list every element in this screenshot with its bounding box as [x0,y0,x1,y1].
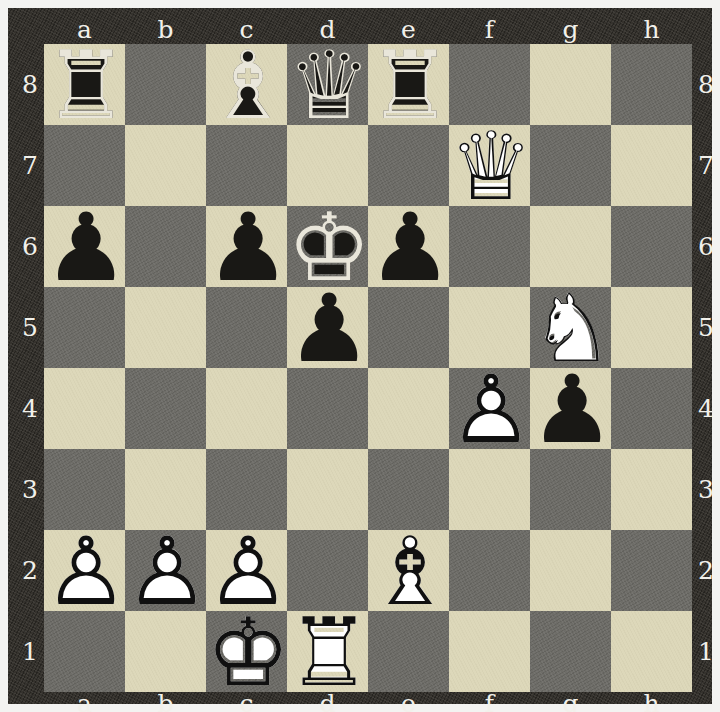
queen-outline-icon: ♕ [449,125,530,206]
rank-label-right-5: 5 [692,287,720,368]
rank-label-right-6: 6 [692,206,720,287]
black-rook-a8[interactable]: ♜♖ [44,44,125,125]
square-g8[interactable] [530,44,611,125]
square-e2[interactable]: ♝♗ [368,530,449,611]
square-e4[interactable] [368,368,449,449]
white-pawn-a2[interactable]: ♟♙ [44,530,125,611]
file-label-top-g: g [530,16,611,44]
rank-label-right-8: 8 [692,44,720,125]
file-label-bottom-e: e [368,692,449,712]
bishop-outline-icon: ♗ [206,44,287,125]
chess-diagram: abcdefgh abcdefgh 87654321 87654321 ♜♖♝♗… [0,0,720,712]
square-h8[interactable] [611,44,692,125]
file-label-bottom-h: h [611,692,692,712]
square-b6[interactable] [125,206,206,287]
white-bishop-e2[interactable]: ♝♗ [368,530,449,611]
pawn-outline-icon: ♙ [449,368,530,449]
black-pawn-icon: ♟ [206,206,287,287]
square-h2[interactable] [611,530,692,611]
white-pawn-f4[interactable]: ♟♙ [449,368,530,449]
black-queen-d8[interactable]: ♛♕ [287,44,368,125]
file-label-top-b: b [125,16,206,44]
square-e8[interactable]: ♜♖ [368,44,449,125]
rank-label-left-8: 8 [16,44,44,125]
square-h1[interactable] [611,611,692,692]
king-outline-icon: ♔ [206,611,287,692]
white-king-c1[interactable]: ♚♔ [206,611,287,692]
pawn-outline-icon: ♙ [44,530,125,611]
black-pawn-c6[interactable]: ♟♙ [206,206,287,287]
square-g1[interactable] [530,611,611,692]
white-queen-f7[interactable]: ♛♕ [449,125,530,206]
white-pawn-b2[interactable]: ♟♙ [125,530,206,611]
white-rook-d1[interactable]: ♜♖ [287,611,368,692]
square-h6[interactable] [611,206,692,287]
square-d8[interactable]: ♛♕ [287,44,368,125]
black-pawn-icon: ♟ [44,206,125,287]
square-c1[interactable]: ♚♔ [206,611,287,692]
rank-label-right-1: 1 [692,611,720,692]
rank-label-right-3: 3 [692,449,720,530]
square-c6[interactable]: ♟♙ [206,206,287,287]
file-label-top-f: f [449,16,530,44]
square-f6[interactable] [449,206,530,287]
black-rook-e8[interactable]: ♜♖ [368,44,449,125]
black-pawn-icon: ♟ [368,206,449,287]
square-g7[interactable] [530,125,611,206]
square-h4[interactable] [611,368,692,449]
square-c4[interactable] [206,368,287,449]
square-h3[interactable] [611,449,692,530]
square-b2[interactable]: ♟♙ [125,530,206,611]
square-b4[interactable] [125,368,206,449]
square-d3[interactable] [287,449,368,530]
square-a4[interactable] [44,368,125,449]
square-d4[interactable] [287,368,368,449]
black-pawn-a6[interactable]: ♟♙ [44,206,125,287]
square-f3[interactable] [449,449,530,530]
black-pawn-d5[interactable]: ♟♙ [287,287,368,368]
black-pawn-g4[interactable]: ♟♙ [530,368,611,449]
square-a6[interactable]: ♟♙ [44,206,125,287]
rank-labels-left: 87654321 [16,44,44,692]
file-label-bottom-a: a [44,692,125,712]
square-g2[interactable] [530,530,611,611]
rank-label-left-4: 4 [16,368,44,449]
file-label-bottom-b: b [125,692,206,712]
black-pawn-icon: ♟ [530,368,611,449]
file-label-bottom-g: g [530,692,611,712]
square-a1[interactable] [44,611,125,692]
square-f4[interactable]: ♟♙ [449,368,530,449]
rank-label-left-6: 6 [16,206,44,287]
square-e6[interactable]: ♟♙ [368,206,449,287]
black-pawn-e6[interactable]: ♟♙ [368,206,449,287]
black-bishop-c8[interactable]: ♝♗ [206,44,287,125]
file-label-top-h: h [611,16,692,44]
rook-outline-icon: ♖ [44,44,125,125]
square-b5[interactable] [125,287,206,368]
square-f1[interactable] [449,611,530,692]
square-f7[interactable]: ♛♕ [449,125,530,206]
square-b7[interactable] [125,125,206,206]
square-a2[interactable]: ♟♙ [44,530,125,611]
file-label-bottom-f: f [449,692,530,712]
square-b1[interactable] [125,611,206,692]
square-h5[interactable] [611,287,692,368]
rook-outline-icon: ♖ [287,611,368,692]
rank-label-left-2: 2 [16,530,44,611]
square-h7[interactable] [611,125,692,206]
square-c8[interactable]: ♝♗ [206,44,287,125]
rank-label-left-3: 3 [16,449,44,530]
rank-label-left-5: 5 [16,287,44,368]
rank-label-left-1: 1 [16,611,44,692]
rank-label-right-7: 7 [692,125,720,206]
board-frame: abcdefgh abcdefgh 87654321 87654321 ♜♖♝♗… [8,8,712,704]
square-f2[interactable] [449,530,530,611]
queen-outline-icon: ♕ [287,44,368,125]
bishop-outline-icon: ♗ [368,530,449,611]
black-pawn-icon: ♟ [287,287,368,368]
square-g3[interactable] [530,449,611,530]
rank-label-right-4: 4 [692,368,720,449]
square-b8[interactable] [125,44,206,125]
square-a8[interactable]: ♜♖ [44,44,125,125]
square-e1[interactable] [368,611,449,692]
square-e5[interactable] [368,287,449,368]
board-grid: ♜♖♝♗♛♕♜♖♛♕♟♙♟♙♚♔♟♙♟♙♞♘♟♙♟♙♟♙♟♙♟♙♝♗♚♔♜♖ [44,44,692,692]
square-d5[interactable]: ♟♙ [287,287,368,368]
rook-outline-icon: ♖ [368,44,449,125]
square-c5[interactable] [206,287,287,368]
rank-label-left-7: 7 [16,125,44,206]
rank-label-right-2: 2 [692,530,720,611]
square-d1[interactable]: ♜♖ [287,611,368,692]
square-g4[interactable]: ♟♙ [530,368,611,449]
square-a5[interactable] [44,287,125,368]
pawn-outline-icon: ♙ [125,530,206,611]
rank-labels-right: 87654321 [692,44,720,692]
